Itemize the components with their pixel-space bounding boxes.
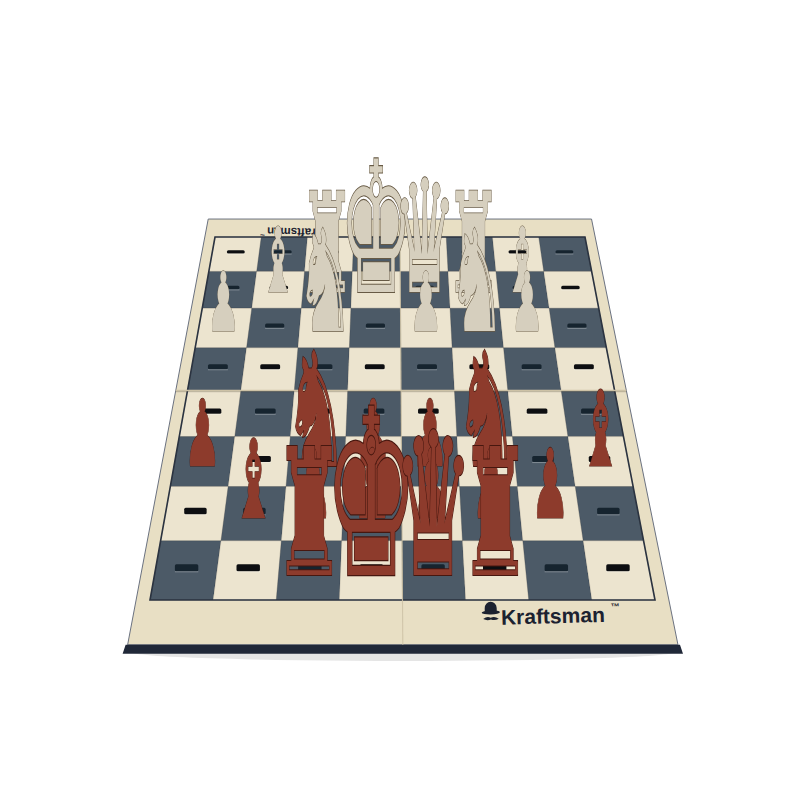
piece-slot: [522, 364, 542, 369]
slot-lip: [606, 571, 629, 572]
red-pawn: ♟: [184, 379, 221, 487]
slot-lip: [522, 369, 542, 370]
white-pawn: ♟: [409, 255, 442, 350]
slot-lip: [597, 514, 619, 515]
slot-lip: [175, 571, 198, 572]
red-pawn: ♟: [531, 428, 570, 541]
slot-lip: [184, 514, 206, 515]
piece-slot: [417, 364, 437, 369]
slot-lip: [555, 253, 573, 254]
board-side-edge: [123, 645, 683, 654]
piece-slot: [237, 564, 260, 571]
piece-slot: [175, 564, 198, 571]
slot-lip: [208, 369, 228, 370]
piece-slot: [597, 508, 619, 514]
slot-lip: [237, 571, 260, 572]
slot-lip: [567, 328, 586, 329]
red-rook: ♜: [460, 412, 531, 617]
slot-lip: [260, 369, 280, 370]
piece-slot: [606, 564, 629, 571]
red-bishop: ♝: [232, 416, 276, 544]
piece-slot: [555, 250, 573, 253]
product-photo-stage: Kraftsman ™ Kraftsman ™ ♝♜♚♛♜♝♟♞♟♞♟♟♞♟♟♞…: [0, 0, 800, 800]
piece-slot: [208, 364, 228, 369]
piece-slot: [260, 364, 280, 369]
piece-slot: [227, 250, 245, 253]
white-bishop: ♝: [260, 209, 296, 315]
piece-slot: [255, 408, 276, 413]
slot-lip: [561, 289, 579, 290]
piece-slot: [567, 324, 586, 328]
chess-set-photo: Kraftsman ™ Kraftsman ™ ♝♜♚♛♜♝♟♞♟♞♟♟♞♟♟♞…: [0, 0, 800, 800]
piece-slot: [561, 286, 579, 290]
slot-lip: [545, 571, 568, 572]
piece-slot: [184, 508, 206, 514]
brand-tm-bottom: ™: [611, 602, 620, 612]
white-pawn: ♟: [207, 255, 240, 350]
piece-slot: [545, 564, 568, 571]
red-bishop: ♝: [579, 368, 621, 491]
piece-slot: [265, 324, 284, 328]
slot-lip: [417, 369, 437, 370]
slot-lip: [265, 328, 284, 329]
slot-lip: [255, 414, 276, 415]
